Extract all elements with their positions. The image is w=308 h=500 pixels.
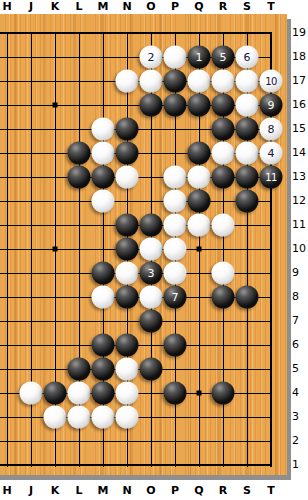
row-label-2: 2 — [292, 434, 308, 448]
col-label-top-R: R — [213, 0, 233, 14]
col-label-bottom-J: J — [21, 484, 41, 498]
col-label-bottom-O: O — [141, 484, 161, 498]
stone-Q17-white[interactable] — [188, 70, 211, 93]
col-label-top-M: M — [93, 0, 113, 14]
row-label-10: 10 — [292, 242, 308, 256]
go-diagram: 2156109841137 HJKLMNOPQRST HJKLMNOPQRST … — [0, 0, 308, 500]
move-number: 5 — [220, 52, 227, 63]
stone-N9-white[interactable] — [116, 262, 139, 285]
stone-N14-black[interactable] — [116, 142, 139, 165]
stone-T15-white[interactable]: 8 — [260, 118, 283, 141]
row-label-17: 17 — [292, 74, 308, 88]
stone-S8-black[interactable] — [236, 286, 259, 309]
grid-vline-H — [7, 33, 8, 467]
stone-O18-white[interactable]: 2 — [140, 46, 163, 69]
stone-S13-black[interactable] — [236, 166, 259, 189]
stone-M4-black[interactable] — [92, 382, 115, 405]
col-label-top-N: N — [117, 0, 137, 14]
col-label-bottom-S: S — [237, 484, 257, 498]
stone-R4-black[interactable] — [212, 382, 235, 405]
stone-O9-black[interactable]: 3 — [140, 262, 163, 285]
col-label-top-L: L — [69, 0, 89, 14]
col-label-top-P: P — [165, 0, 185, 14]
move-number: 11 — [265, 172, 277, 182]
stone-Q12-black[interactable] — [188, 190, 211, 213]
col-label-bottom-M: M — [93, 484, 113, 498]
stone-N11-black[interactable] — [116, 214, 139, 237]
stone-O5-black[interactable] — [140, 358, 163, 381]
stone-P11-white[interactable] — [164, 214, 187, 237]
stone-R14-white[interactable] — [212, 142, 235, 165]
stone-R17-white[interactable] — [212, 70, 235, 93]
stone-M13-black[interactable] — [92, 166, 115, 189]
board-shadow-bottom — [0, 475, 291, 480]
star-point-K10 — [53, 247, 58, 252]
stone-N13-white[interactable] — [116, 166, 139, 189]
stone-N5-white[interactable] — [116, 358, 139, 381]
stone-Q13-white[interactable] — [188, 166, 211, 189]
row-label-18: 18 — [292, 50, 308, 64]
row-label-11: 11 — [292, 218, 308, 232]
move-number: 10 — [265, 76, 277, 86]
stone-P17-black[interactable] — [164, 70, 187, 93]
row-label-12: 12 — [292, 194, 308, 208]
col-label-top-H: H — [0, 0, 17, 14]
row-label-9: 9 — [292, 266, 308, 280]
stone-M14-white[interactable] — [92, 142, 115, 165]
col-label-top-J: J — [21, 0, 41, 14]
col-label-top-T: T — [261, 0, 281, 14]
row-label-7: 7 — [292, 314, 308, 328]
col-label-bottom-H: H — [0, 484, 17, 498]
stone-N15-black[interactable] — [116, 118, 139, 141]
stone-S17-white[interactable] — [236, 70, 259, 93]
col-label-top-K: K — [45, 0, 65, 14]
stone-L13-black[interactable] — [68, 166, 91, 189]
row-label-8: 8 — [292, 290, 308, 304]
stone-N6-black[interactable] — [116, 334, 139, 357]
board-shadow-right — [287, 19, 291, 480]
star-point-Q4 — [197, 391, 202, 396]
stone-N4-white[interactable] — [116, 382, 139, 405]
stone-N10-black[interactable] — [116, 238, 139, 261]
stone-S12-black[interactable] — [236, 190, 259, 213]
move-number: 7 — [172, 292, 179, 303]
stone-P4-black[interactable] — [164, 382, 187, 405]
stone-P8-black[interactable]: 7 — [164, 286, 187, 309]
stone-M9-black[interactable] — [92, 262, 115, 285]
stone-Q18-black[interactable]: 1 — [188, 46, 211, 69]
grid-hline-12 — [0, 201, 272, 202]
stone-N17-white[interactable] — [116, 70, 139, 93]
stone-R15-black[interactable] — [212, 118, 235, 141]
stone-M15-white[interactable] — [92, 118, 115, 141]
stone-S15-black[interactable] — [236, 118, 259, 141]
stone-S18-white[interactable]: 6 — [236, 46, 259, 69]
stone-O7-black[interactable] — [140, 310, 163, 333]
star-point-Q10 — [197, 247, 202, 252]
move-number: 6 — [244, 52, 251, 63]
col-label-bottom-N: N — [117, 484, 137, 498]
grid-hline-7 — [0, 321, 272, 322]
stone-R16-black[interactable] — [212, 94, 235, 117]
stone-P18-white[interactable] — [164, 46, 187, 69]
stone-L5-black[interactable] — [68, 358, 91, 381]
stone-P6-black[interactable] — [164, 334, 187, 357]
stone-L3-white[interactable] — [68, 406, 91, 429]
grid-hline-1 — [0, 464, 272, 466]
row-label-15: 15 — [292, 122, 308, 136]
stone-O11-black[interactable] — [140, 214, 163, 237]
col-label-bottom-L: L — [69, 484, 89, 498]
stone-N3-white[interactable] — [116, 406, 139, 429]
row-label-16: 16 — [292, 98, 308, 112]
row-label-1: 1 — [292, 458, 308, 472]
stone-K4-black[interactable] — [44, 382, 67, 405]
row-label-3: 3 — [292, 410, 308, 424]
stone-L14-black[interactable] — [68, 142, 91, 165]
row-label-4: 4 — [292, 386, 308, 400]
stone-T17-white[interactable]: 10 — [260, 70, 283, 93]
stone-R9-white[interactable] — [212, 262, 235, 285]
stone-S16-white[interactable] — [236, 94, 259, 117]
col-label-top-Q: Q — [189, 0, 209, 14]
stone-L4-white[interactable] — [68, 382, 91, 405]
stone-N8-black[interactable] — [116, 286, 139, 309]
stone-T14-white[interactable]: 4 — [260, 142, 283, 165]
stone-O17-white[interactable] — [140, 70, 163, 93]
stone-O10-white[interactable] — [140, 238, 163, 261]
stone-K3-white[interactable] — [44, 406, 67, 429]
stone-P9-white[interactable] — [164, 262, 187, 285]
row-label-13: 13 — [292, 170, 308, 184]
stone-T16-black[interactable]: 9 — [260, 94, 283, 117]
move-number: 8 — [268, 124, 275, 135]
stone-T13-black[interactable]: 11 — [260, 166, 283, 189]
stone-R13-black[interactable] — [212, 166, 235, 189]
stone-M8-white[interactable] — [92, 286, 115, 309]
col-label-bottom-T: T — [261, 484, 281, 498]
row-label-19: 19 — [292, 26, 308, 40]
stone-P12-white[interactable] — [164, 190, 187, 213]
stone-R18-black[interactable]: 5 — [212, 46, 235, 69]
stone-P16-black[interactable] — [164, 94, 187, 117]
grid-hline-19 — [0, 32, 272, 34]
stone-M6-black[interactable] — [92, 334, 115, 357]
stone-M5-black[interactable] — [92, 358, 115, 381]
move-number: 4 — [268, 148, 275, 159]
move-number: 9 — [268, 100, 275, 111]
col-label-top-S: S — [237, 0, 257, 14]
stone-S14-white[interactable] — [236, 142, 259, 165]
stone-Q14-black[interactable] — [188, 142, 211, 165]
stone-O16-black[interactable] — [140, 94, 163, 117]
stone-M12-white[interactable] — [92, 190, 115, 213]
move-number: 1 — [196, 52, 203, 63]
go-board[interactable]: 2156109841137 — [0, 14, 287, 475]
col-label-bottom-P: P — [165, 484, 185, 498]
grid-hline-2 — [0, 441, 272, 442]
stone-M3-white[interactable] — [92, 406, 115, 429]
col-label-bottom-K: K — [45, 484, 65, 498]
col-label-top-O: O — [141, 0, 161, 14]
row-label-6: 6 — [292, 338, 308, 352]
stone-P13-white[interactable] — [164, 166, 187, 189]
row-label-5: 5 — [292, 362, 308, 376]
move-number: 3 — [148, 268, 155, 279]
col-label-bottom-Q: Q — [189, 484, 209, 498]
move-number: 2 — [148, 52, 155, 63]
stone-J4-white[interactable] — [20, 382, 43, 405]
stone-P10-white[interactable] — [164, 238, 187, 261]
stone-R11-white[interactable] — [212, 214, 235, 237]
stone-Q11-white[interactable] — [188, 214, 211, 237]
star-point-K16 — [53, 103, 58, 108]
stone-R8-black[interactable] — [212, 286, 235, 309]
stone-O8-white[interactable] — [140, 286, 163, 309]
row-label-14: 14 — [292, 146, 308, 160]
col-label-bottom-R: R — [213, 484, 233, 498]
stone-Q16-black[interactable] — [188, 94, 211, 117]
